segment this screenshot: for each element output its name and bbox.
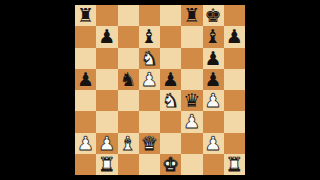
square-a8[interactable]: ♜ <box>75 5 96 26</box>
piece-white-knight: ♞ <box>141 48 158 67</box>
piece-white-pawn: ♟ <box>141 69 158 88</box>
piece-white-pawn: ♟ <box>77 133 94 152</box>
square-h8[interactable] <box>224 5 245 26</box>
square-f2[interactable] <box>181 133 202 154</box>
square-e3[interactable] <box>160 111 181 132</box>
piece-white-queen: ♛ <box>141 133 158 152</box>
square-e1[interactable]: ♚ <box>160 154 181 175</box>
piece-white-rook: ♜ <box>226 154 243 173</box>
piece-black-rook: ♜ <box>77 6 94 25</box>
piece-black-pawn: ♟ <box>77 69 94 88</box>
square-c4[interactable] <box>118 90 139 111</box>
square-h1[interactable]: ♜ <box>224 154 245 175</box>
square-d1[interactable] <box>139 154 160 175</box>
piece-white-knight: ♞ <box>162 91 179 110</box>
piece-black-bishop: ♝ <box>205 27 222 46</box>
square-c8[interactable] <box>118 5 139 26</box>
video-frame: ♜♜♚♟♝♝♟♞♟♟♞♟♟♟♞♛♟♟♟♟♝♛♟♜♚♜ <box>0 0 320 180</box>
piece-black-pawn: ♟ <box>98 27 115 46</box>
square-g7[interactable]: ♝ <box>203 26 224 47</box>
square-a6[interactable] <box>75 48 96 69</box>
square-a1[interactable] <box>75 154 96 175</box>
square-g8[interactable]: ♚ <box>203 5 224 26</box>
square-c1[interactable] <box>118 154 139 175</box>
piece-black-queen: ♛ <box>183 91 200 110</box>
square-f1[interactable] <box>181 154 202 175</box>
square-h3[interactable] <box>224 111 245 132</box>
square-e8[interactable] <box>160 5 181 26</box>
square-a4[interactable] <box>75 90 96 111</box>
square-e4[interactable]: ♞ <box>160 90 181 111</box>
piece-black-pawn: ♟ <box>162 69 179 88</box>
square-h6[interactable] <box>224 48 245 69</box>
square-g5[interactable]: ♟ <box>203 69 224 90</box>
square-c3[interactable] <box>118 111 139 132</box>
square-f5[interactable] <box>181 69 202 90</box>
square-f7[interactable] <box>181 26 202 47</box>
piece-black-pawn: ♟ <box>205 48 222 67</box>
piece-white-pawn: ♟ <box>98 133 115 152</box>
piece-black-pawn: ♟ <box>226 27 243 46</box>
square-b4[interactable] <box>96 90 117 111</box>
square-b6[interactable] <box>96 48 117 69</box>
square-g6[interactable]: ♟ <box>203 48 224 69</box>
piece-white-rook: ♜ <box>98 154 115 173</box>
square-h2[interactable] <box>224 133 245 154</box>
square-b5[interactable] <box>96 69 117 90</box>
square-d8[interactable] <box>139 5 160 26</box>
square-e7[interactable] <box>160 26 181 47</box>
square-c6[interactable] <box>118 48 139 69</box>
square-b8[interactable] <box>96 5 117 26</box>
square-g4[interactable]: ♟ <box>203 90 224 111</box>
square-c5[interactable]: ♞ <box>118 69 139 90</box>
square-b7[interactable]: ♟ <box>96 26 117 47</box>
square-g2[interactable]: ♟ <box>203 133 224 154</box>
square-d3[interactable] <box>139 111 160 132</box>
piece-black-rook: ♜ <box>183 6 200 25</box>
square-a2[interactable]: ♟ <box>75 133 96 154</box>
piece-black-knight: ♞ <box>120 69 137 88</box>
square-c2[interactable]: ♝ <box>118 133 139 154</box>
square-e6[interactable] <box>160 48 181 69</box>
square-h4[interactable] <box>224 90 245 111</box>
square-c7[interactable] <box>118 26 139 47</box>
square-g3[interactable] <box>203 111 224 132</box>
square-b1[interactable]: ♜ <box>96 154 117 175</box>
piece-white-pawn: ♟ <box>205 91 222 110</box>
square-h7[interactable]: ♟ <box>224 26 245 47</box>
square-d5[interactable]: ♟ <box>139 69 160 90</box>
square-h5[interactable] <box>224 69 245 90</box>
square-g1[interactable] <box>203 154 224 175</box>
chess-board: ♜♜♚♟♝♝♟♞♟♟♞♟♟♟♞♛♟♟♟♟♝♛♟♜♚♜ <box>75 5 245 175</box>
square-a3[interactable] <box>75 111 96 132</box>
piece-black-king: ♚ <box>205 6 222 25</box>
square-f8[interactable]: ♜ <box>181 5 202 26</box>
piece-white-pawn: ♟ <box>183 112 200 131</box>
piece-black-bishop: ♝ <box>141 27 158 46</box>
square-a5[interactable]: ♟ <box>75 69 96 90</box>
piece-white-king: ♚ <box>162 154 179 173</box>
square-b2[interactable]: ♟ <box>96 133 117 154</box>
piece-white-bishop: ♝ <box>120 133 137 152</box>
piece-black-pawn: ♟ <box>205 69 222 88</box>
piece-white-pawn: ♟ <box>205 133 222 152</box>
square-d4[interactable] <box>139 90 160 111</box>
square-f3[interactable]: ♟ <box>181 111 202 132</box>
square-b3[interactable] <box>96 111 117 132</box>
square-d6[interactable]: ♞ <box>139 48 160 69</box>
square-f6[interactable] <box>181 48 202 69</box>
square-e5[interactable]: ♟ <box>160 69 181 90</box>
square-f4[interactable]: ♛ <box>181 90 202 111</box>
square-a7[interactable] <box>75 26 96 47</box>
square-d2[interactable]: ♛ <box>139 133 160 154</box>
square-e2[interactable] <box>160 133 181 154</box>
square-d7[interactable]: ♝ <box>139 26 160 47</box>
